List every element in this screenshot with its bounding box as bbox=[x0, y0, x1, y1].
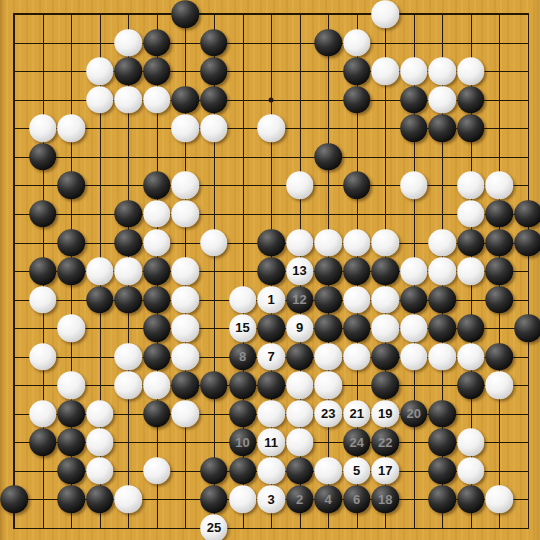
white-stone[interactable] bbox=[286, 372, 314, 400]
black-stone[interactable] bbox=[343, 57, 371, 85]
white-stone[interactable] bbox=[343, 343, 371, 371]
white-stone[interactable] bbox=[172, 343, 200, 371]
black-stone[interactable] bbox=[486, 257, 514, 285]
white-stone[interactable] bbox=[229, 486, 257, 514]
black-stone[interactable] bbox=[200, 29, 228, 57]
white-stone[interactable] bbox=[29, 115, 57, 143]
white-stone[interactable] bbox=[172, 172, 200, 200]
star-point bbox=[269, 97, 274, 102]
white-stone[interactable]: 21 bbox=[343, 400, 371, 428]
black-stone[interactable] bbox=[343, 314, 371, 342]
white-stone[interactable] bbox=[457, 172, 485, 200]
black-stone[interactable] bbox=[486, 286, 514, 314]
move-number-label: 1 bbox=[267, 293, 274, 306]
black-stone[interactable] bbox=[429, 400, 457, 428]
white-stone[interactable] bbox=[429, 229, 457, 257]
black-stone[interactable]: 24 bbox=[343, 429, 371, 457]
white-stone[interactable] bbox=[29, 343, 57, 371]
white-stone[interactable] bbox=[286, 172, 314, 200]
white-stone[interactable] bbox=[429, 257, 457, 285]
black-stone[interactable] bbox=[314, 286, 342, 314]
black-stone[interactable] bbox=[143, 172, 171, 200]
white-stone[interactable] bbox=[457, 429, 485, 457]
black-stone[interactable] bbox=[143, 343, 171, 371]
white-stone[interactable] bbox=[143, 457, 171, 485]
white-stone[interactable] bbox=[115, 486, 143, 514]
black-stone[interactable] bbox=[0, 486, 28, 514]
black-stone[interactable] bbox=[286, 343, 314, 371]
black-stone[interactable] bbox=[172, 0, 200, 28]
black-stone[interactable] bbox=[57, 229, 85, 257]
black-stone[interactable]: 10 bbox=[229, 429, 257, 457]
black-stone[interactable] bbox=[457, 486, 485, 514]
white-stone[interactable] bbox=[57, 372, 85, 400]
white-stone[interactable] bbox=[400, 57, 428, 85]
move-number-label: 15 bbox=[235, 322, 249, 335]
black-stone[interactable] bbox=[143, 400, 171, 428]
white-stone[interactable] bbox=[86, 457, 114, 485]
black-stone[interactable] bbox=[115, 229, 143, 257]
move-number-label: 4 bbox=[325, 493, 332, 506]
white-stone[interactable] bbox=[314, 457, 342, 485]
white-stone[interactable] bbox=[172, 115, 200, 143]
black-stone[interactable] bbox=[115, 57, 143, 85]
white-stone[interactable]: 9 bbox=[286, 314, 314, 342]
black-stone[interactable] bbox=[429, 115, 457, 143]
white-stone[interactable] bbox=[286, 429, 314, 457]
black-stone[interactable] bbox=[429, 457, 457, 485]
white-stone[interactable] bbox=[172, 200, 200, 228]
black-stone[interactable] bbox=[486, 200, 514, 228]
black-stone[interactable] bbox=[115, 286, 143, 314]
move-number-label: 9 bbox=[296, 322, 303, 335]
white-stone[interactable]: 11 bbox=[257, 429, 285, 457]
black-stone[interactable] bbox=[429, 429, 457, 457]
white-stone[interactable]: 3 bbox=[257, 486, 285, 514]
black-stone[interactable] bbox=[200, 57, 228, 85]
white-stone[interactable] bbox=[457, 200, 485, 228]
black-stone[interactable] bbox=[372, 257, 400, 285]
white-stone[interactable] bbox=[457, 257, 485, 285]
white-stone[interactable]: 23 bbox=[314, 400, 342, 428]
white-stone[interactable] bbox=[429, 343, 457, 371]
move-number-label: 17 bbox=[378, 464, 392, 477]
black-stone[interactable] bbox=[57, 172, 85, 200]
move-number-label: 18 bbox=[378, 493, 392, 506]
white-stone[interactable] bbox=[457, 343, 485, 371]
white-stone[interactable] bbox=[372, 286, 400, 314]
black-stone[interactable] bbox=[57, 486, 85, 514]
move-number-label: 2 bbox=[296, 493, 303, 506]
move-number-label: 25 bbox=[207, 522, 221, 535]
black-stone[interactable] bbox=[86, 486, 114, 514]
white-stone[interactable] bbox=[286, 229, 314, 257]
move-number-label: 5 bbox=[353, 464, 360, 477]
white-stone[interactable]: 17 bbox=[372, 457, 400, 485]
black-stone[interactable] bbox=[57, 457, 85, 485]
white-stone[interactable]: 25 bbox=[200, 514, 228, 540]
white-stone[interactable] bbox=[115, 257, 143, 285]
white-stone[interactable] bbox=[86, 400, 114, 428]
black-stone[interactable] bbox=[57, 400, 85, 428]
white-stone[interactable] bbox=[400, 257, 428, 285]
white-stone[interactable] bbox=[29, 286, 57, 314]
black-stone[interactable]: 18 bbox=[372, 486, 400, 514]
white-stone[interactable] bbox=[486, 486, 514, 514]
black-stone[interactable] bbox=[314, 314, 342, 342]
black-stone[interactable] bbox=[372, 343, 400, 371]
white-stone[interactable] bbox=[143, 372, 171, 400]
black-stone[interactable]: 22 bbox=[372, 429, 400, 457]
black-stone[interactable] bbox=[143, 257, 171, 285]
black-stone[interactable] bbox=[429, 314, 457, 342]
black-stone[interactable] bbox=[372, 372, 400, 400]
white-stone[interactable] bbox=[115, 29, 143, 57]
black-stone[interactable] bbox=[115, 200, 143, 228]
white-stone[interactable] bbox=[343, 229, 371, 257]
black-stone[interactable] bbox=[29, 143, 57, 171]
black-stone[interactable]: 2 bbox=[286, 486, 314, 514]
white-stone[interactable]: 15 bbox=[229, 314, 257, 342]
black-stone[interactable] bbox=[314, 143, 342, 171]
white-stone[interactable]: 5 bbox=[343, 457, 371, 485]
white-stone[interactable] bbox=[229, 286, 257, 314]
white-stone[interactable] bbox=[172, 257, 200, 285]
black-stone[interactable] bbox=[429, 286, 457, 314]
move-number-label: 21 bbox=[349, 407, 363, 420]
white-stone[interactable] bbox=[86, 429, 114, 457]
black-stone[interactable] bbox=[86, 286, 114, 314]
move-number-label: 13 bbox=[292, 265, 306, 278]
move-number-label: 7 bbox=[267, 350, 274, 363]
black-stone[interactable] bbox=[172, 86, 200, 114]
black-stone[interactable]: 12 bbox=[286, 286, 314, 314]
black-stone[interactable] bbox=[400, 286, 428, 314]
white-stone[interactable] bbox=[172, 400, 200, 428]
white-stone[interactable] bbox=[143, 200, 171, 228]
white-stone[interactable] bbox=[86, 57, 114, 85]
white-stone[interactable] bbox=[400, 343, 428, 371]
black-stone[interactable] bbox=[343, 172, 371, 200]
move-number-label: 24 bbox=[349, 436, 363, 449]
black-stone[interactable] bbox=[200, 486, 228, 514]
black-stone[interactable] bbox=[457, 115, 485, 143]
black-stone[interactable] bbox=[200, 457, 228, 485]
white-stone[interactable] bbox=[486, 372, 514, 400]
white-stone[interactable] bbox=[172, 314, 200, 342]
white-stone[interactable] bbox=[400, 172, 428, 200]
black-stone[interactable] bbox=[486, 343, 514, 371]
white-stone[interactable] bbox=[29, 400, 57, 428]
black-stone[interactable] bbox=[229, 457, 257, 485]
white-stone[interactable] bbox=[372, 314, 400, 342]
white-stone[interactable] bbox=[286, 400, 314, 428]
move-number-label: 10 bbox=[235, 436, 249, 449]
black-stone[interactable] bbox=[229, 400, 257, 428]
white-stone[interactable] bbox=[429, 57, 457, 85]
go-board[interactable]: 1311215987232119201011242251732461825 bbox=[0, 0, 540, 540]
move-number-label: 22 bbox=[378, 436, 392, 449]
white-stone[interactable] bbox=[486, 172, 514, 200]
black-stone[interactable] bbox=[29, 429, 57, 457]
black-stone[interactable] bbox=[429, 486, 457, 514]
white-stone[interactable] bbox=[115, 372, 143, 400]
black-stone[interactable] bbox=[514, 229, 540, 257]
grid-line bbox=[14, 528, 528, 529]
black-stone[interactable] bbox=[172, 372, 200, 400]
black-stone[interactable] bbox=[29, 200, 57, 228]
white-stone[interactable] bbox=[115, 86, 143, 114]
white-stone[interactable]: 1 bbox=[257, 286, 285, 314]
white-stone[interactable] bbox=[314, 372, 342, 400]
black-stone[interactable] bbox=[314, 29, 342, 57]
white-stone[interactable] bbox=[57, 314, 85, 342]
black-stone[interactable] bbox=[457, 314, 485, 342]
white-stone[interactable] bbox=[257, 400, 285, 428]
white-stone[interactable] bbox=[143, 229, 171, 257]
black-stone[interactable] bbox=[486, 229, 514, 257]
black-stone[interactable] bbox=[457, 86, 485, 114]
move-number-label: 12 bbox=[292, 293, 306, 306]
black-stone[interactable] bbox=[514, 314, 540, 342]
white-stone[interactable]: 19 bbox=[372, 400, 400, 428]
black-stone[interactable]: 4 bbox=[314, 486, 342, 514]
black-stone[interactable] bbox=[229, 372, 257, 400]
black-stone[interactable] bbox=[143, 29, 171, 57]
black-stone[interactable] bbox=[286, 457, 314, 485]
black-stone[interactable] bbox=[29, 257, 57, 285]
black-stone[interactable]: 8 bbox=[229, 343, 257, 371]
white-stone[interactable] bbox=[200, 115, 228, 143]
white-stone[interactable] bbox=[457, 57, 485, 85]
move-number-label: 20 bbox=[407, 407, 421, 420]
black-stone[interactable]: 20 bbox=[400, 400, 428, 428]
move-number-label: 3 bbox=[267, 493, 274, 506]
move-number-label: 19 bbox=[378, 407, 392, 420]
white-stone[interactable] bbox=[372, 57, 400, 85]
black-stone[interactable] bbox=[400, 115, 428, 143]
move-number-label: 23 bbox=[321, 407, 335, 420]
white-stone[interactable] bbox=[372, 0, 400, 28]
black-stone[interactable] bbox=[257, 229, 285, 257]
black-stone[interactable] bbox=[257, 314, 285, 342]
white-stone[interactable] bbox=[115, 343, 143, 371]
white-stone[interactable] bbox=[143, 86, 171, 114]
black-stone[interactable] bbox=[400, 86, 428, 114]
white-stone[interactable]: 7 bbox=[257, 343, 285, 371]
black-stone[interactable] bbox=[343, 86, 371, 114]
black-stone[interactable] bbox=[257, 372, 285, 400]
move-number-label: 8 bbox=[239, 350, 246, 363]
move-number-label: 11 bbox=[264, 436, 278, 449]
white-stone[interactable] bbox=[172, 286, 200, 314]
black-stone[interactable] bbox=[200, 86, 228, 114]
white-stone[interactable] bbox=[343, 29, 371, 57]
black-stone[interactable] bbox=[343, 257, 371, 285]
white-stone[interactable] bbox=[400, 314, 428, 342]
white-stone[interactable] bbox=[372, 229, 400, 257]
white-stone[interactable] bbox=[86, 86, 114, 114]
white-stone[interactable] bbox=[200, 229, 228, 257]
grid-line bbox=[528, 14, 529, 528]
white-stone[interactable] bbox=[86, 257, 114, 285]
black-stone[interactable] bbox=[143, 314, 171, 342]
black-stone[interactable] bbox=[200, 372, 228, 400]
white-stone[interactable] bbox=[429, 86, 457, 114]
move-number-label: 6 bbox=[353, 493, 360, 506]
white-stone[interactable] bbox=[314, 229, 342, 257]
white-stone[interactable] bbox=[457, 457, 485, 485]
black-stone[interactable] bbox=[457, 372, 485, 400]
white-stone[interactable] bbox=[314, 343, 342, 371]
black-stone[interactable] bbox=[143, 286, 171, 314]
white-stone[interactable] bbox=[57, 115, 85, 143]
black-stone[interactable] bbox=[314, 257, 342, 285]
black-stone[interactable] bbox=[257, 257, 285, 285]
black-stone[interactable]: 6 bbox=[343, 486, 371, 514]
white-stone[interactable] bbox=[343, 286, 371, 314]
black-stone[interactable] bbox=[514, 200, 540, 228]
black-stone[interactable] bbox=[457, 229, 485, 257]
white-stone[interactable]: 13 bbox=[286, 257, 314, 285]
black-stone[interactable] bbox=[143, 57, 171, 85]
black-stone[interactable] bbox=[57, 429, 85, 457]
white-stone[interactable] bbox=[257, 457, 285, 485]
white-stone[interactable] bbox=[257, 115, 285, 143]
black-stone[interactable] bbox=[57, 257, 85, 285]
